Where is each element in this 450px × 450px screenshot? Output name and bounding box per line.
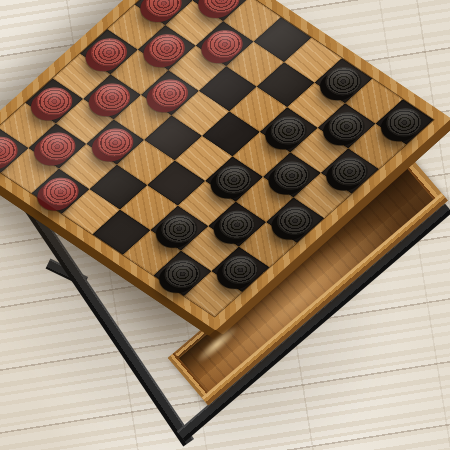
product-photo-scene [0,0,450,450]
